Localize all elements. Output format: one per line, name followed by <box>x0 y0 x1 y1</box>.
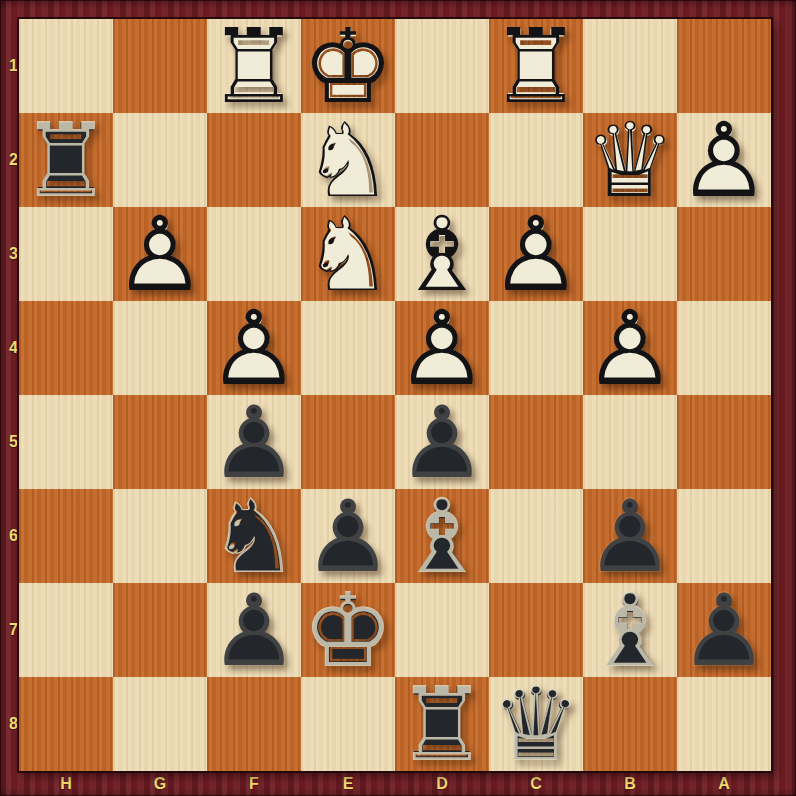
square-d8[interactable]: ♜♖ <box>395 677 489 771</box>
knight-outline-glyph: ♘ <box>301 113 395 207</box>
pawn-fill-glyph: ♟ <box>209 397 300 488</box>
square-f1[interactable]: ♜♖ <box>207 19 301 113</box>
file-labels: HGFEDCBA <box>19 771 771 796</box>
rook-outline-glyph: ♖ <box>19 113 113 207</box>
square-b5[interactable] <box>583 395 677 489</box>
square-e5[interactable] <box>301 395 395 489</box>
bishop-outline-glyph: ♗ <box>395 489 489 583</box>
pawn-fill-glyph: ♟ <box>209 585 300 676</box>
square-f5[interactable]: ♟♙ <box>207 395 301 489</box>
king-fill-glyph: ♚ <box>303 585 394 676</box>
piece-white-pawn-d4[interactable]: ♟♙ <box>395 301 489 395</box>
pawn-outline-glyph: ♙ <box>395 395 489 489</box>
square-d1[interactable] <box>395 19 489 113</box>
pawn-outline-glyph: ♙ <box>489 207 583 301</box>
pawn-outline-glyph: ♙ <box>583 489 677 583</box>
square-c8[interactable]: ♛♕ <box>489 677 583 771</box>
piece-black-pawn-a7[interactable]: ♟♙ <box>677 583 771 677</box>
king-outline-glyph: ♔ <box>301 583 395 677</box>
square-f6[interactable]: ♞♘ <box>207 489 301 583</box>
rank-labels: 12345678 <box>0 19 19 771</box>
square-d2[interactable] <box>395 113 489 207</box>
square-f2[interactable] <box>207 113 301 207</box>
pawn-outline-glyph: ♙ <box>207 395 301 489</box>
chess-board: ♜♖♚♔♜♖♜♖♞♘♛♕♟♙♟♙♞♘♝♗♟♙♟♙♟♙♟♙♟♙♟♙♞♘♟♙♝♗♟♙… <box>19 19 771 771</box>
square-g4[interactable] <box>113 301 207 395</box>
square-c4[interactable] <box>489 301 583 395</box>
rook-outline-glyph: ♖ <box>207 19 301 113</box>
square-a1[interactable] <box>677 19 771 113</box>
square-h4[interactable] <box>19 301 113 395</box>
queen-fill-glyph: ♛ <box>585 115 676 206</box>
square-e8[interactable] <box>301 677 395 771</box>
pawn-outline-glyph: ♙ <box>677 583 771 677</box>
piece-white-rook-f1[interactable]: ♜♖ <box>207 19 301 113</box>
piece-white-bishop-d3[interactable]: ♝♗ <box>395 207 489 301</box>
piece-black-knight-f6[interactable]: ♞♘ <box>207 489 301 583</box>
piece-white-pawn-b4[interactable]: ♟♙ <box>583 301 677 395</box>
piece-black-bishop-b7[interactable]: ♝♗ <box>583 583 677 677</box>
square-d5[interactable]: ♟♙ <box>395 395 489 489</box>
square-g7[interactable] <box>113 583 207 677</box>
square-e4[interactable] <box>301 301 395 395</box>
pawn-fill-glyph: ♟ <box>585 491 676 582</box>
square-a8[interactable] <box>677 677 771 771</box>
pawn-fill-glyph: ♟ <box>209 303 300 394</box>
square-d6[interactable]: ♝♗ <box>395 489 489 583</box>
square-c1[interactable]: ♜♖ <box>489 19 583 113</box>
piece-black-pawn-f7[interactable]: ♟♙ <box>207 583 301 677</box>
piece-white-king-e1[interactable]: ♚♔ <box>301 19 395 113</box>
file-label-e: E <box>301 771 395 796</box>
bishop-fill-glyph: ♝ <box>585 585 676 676</box>
square-b6[interactable]: ♟♙ <box>583 489 677 583</box>
piece-white-knight-e3[interactable]: ♞♘ <box>301 207 395 301</box>
rank-label-7: 7 <box>0 583 19 677</box>
pawn-outline-glyph: ♙ <box>395 301 489 395</box>
rank-label-4: 4 <box>0 301 19 395</box>
piece-white-pawn-c3[interactable]: ♟♙ <box>489 207 583 301</box>
square-d3[interactable]: ♝♗ <box>395 207 489 301</box>
knight-fill-glyph: ♞ <box>209 491 300 582</box>
piece-black-pawn-f5[interactable]: ♟♙ <box>207 395 301 489</box>
piece-white-pawn-f4[interactable]: ♟♙ <box>207 301 301 395</box>
square-h1[interactable] <box>19 19 113 113</box>
square-g2[interactable] <box>113 113 207 207</box>
pawn-fill-glyph: ♟ <box>397 303 488 394</box>
bishop-outline-glyph: ♗ <box>583 583 677 677</box>
square-c3[interactable]: ♟♙ <box>489 207 583 301</box>
square-c6[interactable] <box>489 489 583 583</box>
file-label-f: F <box>207 771 301 796</box>
square-e3[interactable]: ♞♘ <box>301 207 395 301</box>
square-f3[interactable] <box>207 207 301 301</box>
piece-white-queen-b2[interactable]: ♛♕ <box>583 113 677 207</box>
square-g6[interactable] <box>113 489 207 583</box>
board-frame: 12345678 HGFEDCBA ♜♖♚♔♜♖♜♖♞♘♛♕♟♙♟♙♞♘♝♗♟♙… <box>0 0 796 796</box>
pawn-fill-glyph: ♟ <box>491 209 582 300</box>
rook-fill-glyph: ♜ <box>209 21 300 112</box>
rook-outline-glyph: ♖ <box>489 19 583 113</box>
square-b2[interactable]: ♛♕ <box>583 113 677 207</box>
square-a2[interactable]: ♟♙ <box>677 113 771 207</box>
king-outline-glyph: ♔ <box>301 19 395 113</box>
queen-outline-glyph: ♕ <box>583 113 677 207</box>
file-label-g: G <box>113 771 207 796</box>
square-f7[interactable]: ♟♙ <box>207 583 301 677</box>
pawn-fill-glyph: ♟ <box>679 585 770 676</box>
rook-outline-glyph: ♖ <box>395 677 489 771</box>
rank-label-1: 1 <box>0 19 19 113</box>
piece-white-knight-e2[interactable]: ♞♘ <box>301 113 395 207</box>
pawn-outline-glyph: ♙ <box>207 583 301 677</box>
knight-outline-glyph: ♘ <box>301 207 395 301</box>
square-e1[interactable]: ♚♔ <box>301 19 395 113</box>
square-b1[interactable] <box>583 19 677 113</box>
pawn-fill-glyph: ♟ <box>115 209 206 300</box>
square-g8[interactable] <box>113 677 207 771</box>
file-label-d: D <box>395 771 489 796</box>
square-b7[interactable]: ♝♗ <box>583 583 677 677</box>
queen-fill-glyph: ♛ <box>491 679 582 770</box>
bishop-fill-glyph: ♝ <box>397 491 488 582</box>
pawn-fill-glyph: ♟ <box>679 115 770 206</box>
rook-fill-glyph: ♜ <box>21 115 112 206</box>
file-label-a: A <box>677 771 771 796</box>
square-a3[interactable] <box>677 207 771 301</box>
pawn-fill-glyph: ♟ <box>585 303 676 394</box>
square-g1[interactable] <box>113 19 207 113</box>
square-a7[interactable]: ♟♙ <box>677 583 771 677</box>
square-a5[interactable] <box>677 395 771 489</box>
queen-outline-glyph: ♕ <box>489 677 583 771</box>
rank-label-8: 8 <box>0 677 19 771</box>
square-a4[interactable] <box>677 301 771 395</box>
pawn-outline-glyph: ♙ <box>207 301 301 395</box>
rank-label-2: 2 <box>0 113 19 207</box>
square-b8[interactable] <box>583 677 677 771</box>
pawn-outline-glyph: ♙ <box>583 301 677 395</box>
pawn-fill-glyph: ♟ <box>303 491 394 582</box>
rook-fill-glyph: ♜ <box>491 21 582 112</box>
square-b3[interactable] <box>583 207 677 301</box>
square-h2[interactable]: ♜♖ <box>19 113 113 207</box>
pawn-outline-glyph: ♙ <box>677 113 771 207</box>
square-h8[interactable] <box>19 677 113 771</box>
bishop-fill-glyph: ♝ <box>397 209 488 300</box>
square-e2[interactable]: ♞♘ <box>301 113 395 207</box>
file-label-c: C <box>489 771 583 796</box>
square-g3[interactable]: ♟♙ <box>113 207 207 301</box>
square-g5[interactable] <box>113 395 207 489</box>
piece-black-bishop-d6[interactable]: ♝♗ <box>395 489 489 583</box>
square-d7[interactable] <box>395 583 489 677</box>
piece-white-pawn-a2[interactable]: ♟♙ <box>677 113 771 207</box>
piece-white-rook-c1[interactable]: ♜♖ <box>489 19 583 113</box>
pawn-outline-glyph: ♙ <box>113 207 207 301</box>
knight-fill-glyph: ♞ <box>303 209 394 300</box>
piece-black-king-e7[interactable]: ♚♔ <box>301 583 395 677</box>
rank-label-5: 5 <box>0 395 19 489</box>
piece-black-pawn-b6[interactable]: ♟♙ <box>583 489 677 583</box>
knight-fill-glyph: ♞ <box>303 115 394 206</box>
rank-label-3: 3 <box>0 207 19 301</box>
piece-black-queen-c8[interactable]: ♛♕ <box>489 677 583 771</box>
square-h5[interactable] <box>19 395 113 489</box>
square-f8[interactable] <box>207 677 301 771</box>
square-e7[interactable]: ♚♔ <box>301 583 395 677</box>
file-label-b: B <box>583 771 677 796</box>
piece-black-pawn-e6[interactable]: ♟♙ <box>301 489 395 583</box>
square-f4[interactable]: ♟♙ <box>207 301 301 395</box>
square-c7[interactable] <box>489 583 583 677</box>
square-c5[interactable] <box>489 395 583 489</box>
bishop-outline-glyph: ♗ <box>395 207 489 301</box>
file-label-h: H <box>19 771 113 796</box>
pawn-fill-glyph: ♟ <box>397 397 488 488</box>
square-c2[interactable] <box>489 113 583 207</box>
piece-white-pawn-g3[interactable]: ♟♙ <box>113 207 207 301</box>
piece-black-rook-h2[interactable]: ♜♖ <box>19 113 113 207</box>
square-h7[interactable] <box>19 583 113 677</box>
piece-black-pawn-d5[interactable]: ♟♙ <box>395 395 489 489</box>
square-b4[interactable]: ♟♙ <box>583 301 677 395</box>
piece-black-rook-d8[interactable]: ♜♖ <box>395 677 489 771</box>
square-h3[interactable] <box>19 207 113 301</box>
rank-label-6: 6 <box>0 489 19 583</box>
pawn-outline-glyph: ♙ <box>301 489 395 583</box>
square-d4[interactable]: ♟♙ <box>395 301 489 395</box>
knight-outline-glyph: ♘ <box>207 489 301 583</box>
rook-fill-glyph: ♜ <box>397 679 488 770</box>
square-a6[interactable] <box>677 489 771 583</box>
square-h6[interactable] <box>19 489 113 583</box>
square-e6[interactable]: ♟♙ <box>301 489 395 583</box>
king-fill-glyph: ♚ <box>303 21 394 112</box>
